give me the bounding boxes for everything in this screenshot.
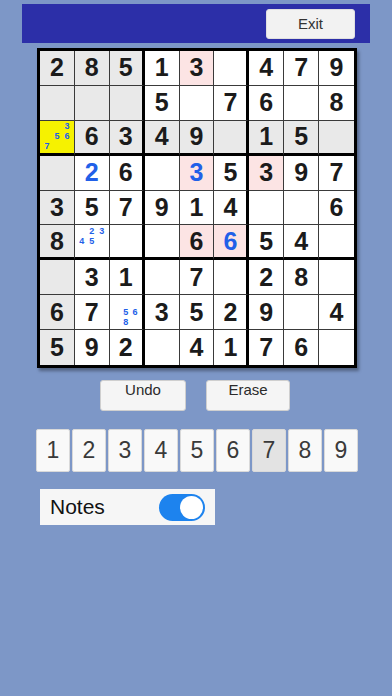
cell-r3c9[interactable] xyxy=(319,121,354,156)
cell-r5c6[interactable]: 4 xyxy=(214,191,249,226)
cell-r1c2[interactable]: 8 xyxy=(75,51,110,86)
cell-r4c3[interactable]: 6 xyxy=(110,156,145,191)
cell-r6c6[interactable]: 6 xyxy=(214,225,249,260)
cell-value: 5 xyxy=(190,298,204,327)
cell-r4c4[interactable] xyxy=(145,156,180,191)
cell-r3c7[interactable]: 1 xyxy=(249,121,284,156)
numpad-6[interactable]: 6 xyxy=(216,429,250,472)
cell-value: 5 xyxy=(223,158,237,187)
cell-value: 6 xyxy=(85,122,99,151)
cell-value: 3 xyxy=(190,158,204,187)
cell-value: 7 xyxy=(223,88,237,117)
cell-r8c3[interactable]: 568 xyxy=(110,295,145,330)
cell-r9c2[interactable]: 9 xyxy=(75,330,110,365)
notes-toggle[interactable] xyxy=(159,494,205,521)
cell-value: 2 xyxy=(119,333,133,362)
cell-value: 8 xyxy=(330,88,344,117)
cell-value: 6 xyxy=(50,298,64,327)
cell-r3c1[interactable]: 3567 xyxy=(40,121,75,156)
cell-value: 5 xyxy=(119,53,133,82)
cell-r2c7[interactable]: 6 xyxy=(249,86,284,121)
cell-r6c1[interactable]: 8 xyxy=(40,225,75,260)
numpad-7[interactable]: 7 xyxy=(252,429,286,472)
cell-value: 7 xyxy=(294,53,308,82)
cell-value: 8 xyxy=(50,227,64,256)
cell-value: 9 xyxy=(155,193,169,222)
cell-value: 7 xyxy=(259,333,273,362)
cell-r3c4[interactable]: 4 xyxy=(145,121,180,156)
cell-r9c4[interactable] xyxy=(145,330,180,365)
cell-r7c9[interactable] xyxy=(319,260,354,295)
cell-r2c1[interactable] xyxy=(40,86,75,121)
cell-value: 3 xyxy=(119,122,133,151)
cell-r1c3[interactable]: 5 xyxy=(110,51,145,86)
numpad-3[interactable]: 3 xyxy=(108,429,142,472)
cell-value: 4 xyxy=(259,53,273,82)
cell-value: 6 xyxy=(223,227,237,256)
cell-value: 3 xyxy=(259,158,273,187)
cell-r1c1[interactable]: 2 xyxy=(40,51,75,86)
cell-r7c5[interactable]: 7 xyxy=(180,260,215,295)
sudoku-board: 2851347957683567634915263539735791468234… xyxy=(37,48,357,368)
cell-value: 5 xyxy=(155,88,169,117)
exit-button[interactable]: Exit xyxy=(266,9,355,39)
cell-r7c8[interactable]: 8 xyxy=(284,260,319,295)
cell-r5c5[interactable]: 1 xyxy=(180,191,215,226)
cell-value: 4 xyxy=(294,227,308,256)
cell-value: 9 xyxy=(294,158,308,187)
cell-value: 8 xyxy=(294,263,308,292)
cell-r8c6[interactable]: 2 xyxy=(214,295,249,330)
cell-value: 1 xyxy=(155,53,169,82)
cell-value: 1 xyxy=(190,193,204,222)
cell-value: 7 xyxy=(190,263,204,292)
cell-r8c2[interactable]: 7 xyxy=(75,295,110,330)
cell-r3c6[interactable] xyxy=(214,121,249,156)
cell-r3c8[interactable]: 5 xyxy=(284,121,319,156)
cell-r8c9[interactable]: 4 xyxy=(319,295,354,330)
cell-r4c2[interactable]: 2 xyxy=(75,156,110,191)
cell-r6c7[interactable]: 5 xyxy=(249,225,284,260)
cell-value: 3 xyxy=(50,193,64,222)
cell-value: 9 xyxy=(190,122,204,151)
cell-r3c2[interactable]: 6 xyxy=(75,121,110,156)
numpad-5[interactable]: 5 xyxy=(180,429,214,472)
numpad-2[interactable]: 2 xyxy=(72,429,106,472)
cell-r8c1[interactable]: 6 xyxy=(40,295,75,330)
cell-r5c2[interactable]: 5 xyxy=(75,191,110,226)
cell-r2c2[interactable] xyxy=(75,86,110,121)
cell-r9c1[interactable]: 5 xyxy=(40,330,75,365)
cell-value: 2 xyxy=(259,263,273,292)
cell-value: 2 xyxy=(85,158,99,187)
cell-r2c9[interactable]: 8 xyxy=(319,86,354,121)
cell-r7c3[interactable]: 1 xyxy=(110,260,145,295)
cell-r4c1[interactable] xyxy=(40,156,75,191)
cell-r1c4[interactable]: 1 xyxy=(145,51,180,86)
cell-r8c7[interactable]: 9 xyxy=(249,295,284,330)
cell-value: 9 xyxy=(330,53,344,82)
cell-r4c8[interactable]: 9 xyxy=(284,156,319,191)
cell-r6c2[interactable]: 2345 xyxy=(75,225,110,260)
cell-r2c8[interactable] xyxy=(284,86,319,121)
cell-r3c3[interactable]: 3 xyxy=(110,121,145,156)
cell-value: 5 xyxy=(50,333,64,362)
cell-r1c5[interactable]: 3 xyxy=(180,51,215,86)
cell-value: 9 xyxy=(259,298,273,327)
cell-r1c6[interactable] xyxy=(214,51,249,86)
erase-button[interactable]: Erase xyxy=(206,380,290,411)
cell-value: 6 xyxy=(190,227,204,256)
cell-r6c3[interactable] xyxy=(110,225,145,260)
app-screen: Exit 28513479576835676349152635397357914… xyxy=(0,0,392,696)
cell-r2c4[interactable]: 5 xyxy=(145,86,180,121)
cell-value: 4 xyxy=(190,333,204,362)
cell-value: 5 xyxy=(259,227,273,256)
cell-value: 1 xyxy=(259,122,273,151)
cell-r7c6[interactable] xyxy=(214,260,249,295)
cell-value: 5 xyxy=(85,193,99,222)
cell-value: 8 xyxy=(85,53,99,82)
cell-value: 2 xyxy=(50,53,64,82)
cell-r5c9[interactable]: 6 xyxy=(319,191,354,226)
cell-r2c5[interactable] xyxy=(180,86,215,121)
cell-value: 5 xyxy=(294,122,308,151)
cell-r8c4[interactable]: 3 xyxy=(145,295,180,330)
cell-r7c7[interactable]: 2 xyxy=(249,260,284,295)
cell-r6c8[interactable]: 4 xyxy=(284,225,319,260)
cell-value: 7 xyxy=(330,158,344,187)
toggle-knob xyxy=(180,496,203,519)
cell-r2c6[interactable]: 7 xyxy=(214,86,249,121)
number-pad: 123456789 xyxy=(36,429,358,472)
cell-value: 6 xyxy=(119,158,133,187)
cell-value: 7 xyxy=(119,193,133,222)
cell-r9c8[interactable]: 6 xyxy=(284,330,319,365)
cell-r9c7[interactable]: 7 xyxy=(249,330,284,365)
cell-value: 2 xyxy=(223,298,237,327)
pencil-notes: 2345 xyxy=(75,225,109,257)
cell-r8c8[interactable] xyxy=(284,295,319,330)
cell-r6c9[interactable] xyxy=(319,225,354,260)
notes-label: Notes xyxy=(50,495,105,519)
numpad-8[interactable]: 8 xyxy=(288,429,322,472)
cell-value: 4 xyxy=(223,193,237,222)
cell-r3c5[interactable]: 9 xyxy=(180,121,215,156)
cell-r7c1[interactable] xyxy=(40,260,75,295)
numpad-9[interactable]: 9 xyxy=(324,429,358,472)
cell-r4c9[interactable]: 7 xyxy=(319,156,354,191)
cell-value: 6 xyxy=(259,88,273,117)
cell-r2c3[interactable] xyxy=(110,86,145,121)
cell-r6c5[interactable]: 6 xyxy=(180,225,215,260)
cell-value: 4 xyxy=(330,298,344,327)
cell-r5c1[interactable]: 3 xyxy=(40,191,75,226)
cell-r6c4[interactable] xyxy=(145,225,180,260)
cell-value: 3 xyxy=(190,53,204,82)
cell-r4c6[interactable]: 5 xyxy=(214,156,249,191)
cell-value: 3 xyxy=(85,263,99,292)
cell-r4c7[interactable]: 3 xyxy=(249,156,284,191)
cell-r5c3[interactable]: 7 xyxy=(110,191,145,226)
pencil-notes: 568 xyxy=(110,295,142,329)
pencil-notes: 3567 xyxy=(40,121,74,153)
cell-r7c4[interactable] xyxy=(145,260,180,295)
cell-value: 6 xyxy=(330,193,344,222)
cell-value: 4 xyxy=(155,122,169,151)
cell-r5c4[interactable]: 9 xyxy=(145,191,180,226)
cell-r4c5[interactable]: 3 xyxy=(180,156,215,191)
cell-r9c6[interactable]: 1 xyxy=(214,330,249,365)
cell-r5c8[interactable] xyxy=(284,191,319,226)
cell-value: 9 xyxy=(85,333,99,362)
numpad-4[interactable]: 4 xyxy=(144,429,178,472)
cell-r1c8[interactable]: 7 xyxy=(284,51,319,86)
cell-value: 1 xyxy=(223,333,237,362)
notes-panel: Notes xyxy=(40,489,215,525)
cell-r1c9[interactable]: 9 xyxy=(319,51,354,86)
numpad-1[interactable]: 1 xyxy=(36,429,70,472)
cell-r9c5[interactable]: 4 xyxy=(180,330,215,365)
cell-value: 6 xyxy=(294,333,308,362)
undo-button[interactable]: Undo xyxy=(100,380,186,411)
cell-value: 3 xyxy=(155,298,169,327)
cell-r8c5[interactable]: 5 xyxy=(180,295,215,330)
cell-r7c2[interactable]: 3 xyxy=(75,260,110,295)
cell-r5c7[interactable] xyxy=(249,191,284,226)
header-bar: Exit xyxy=(22,4,370,43)
cell-r9c9[interactable] xyxy=(319,330,354,365)
cell-value: 1 xyxy=(119,263,133,292)
cell-r9c3[interactable]: 2 xyxy=(110,330,145,365)
cell-r1c7[interactable]: 4 xyxy=(249,51,284,86)
cell-value: 7 xyxy=(85,298,99,327)
